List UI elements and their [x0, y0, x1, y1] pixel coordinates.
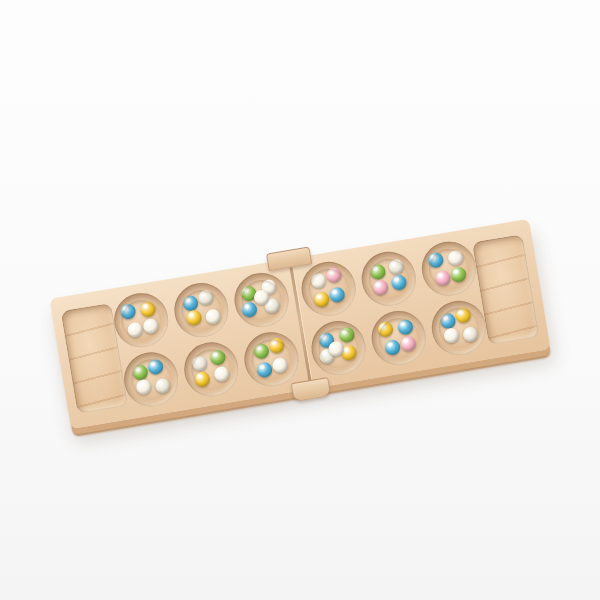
pit-b4[interactable]	[307, 317, 369, 379]
bead-blue	[182, 294, 199, 311]
bead-yellow	[139, 301, 156, 318]
bead-blue	[317, 332, 334, 349]
pit-b5[interactable]	[368, 307, 430, 369]
bead-clear	[318, 348, 335, 365]
bead-blue	[440, 312, 457, 329]
pit-t5[interactable]	[358, 248, 420, 310]
bead-yellow	[313, 291, 330, 308]
bead-blue	[241, 301, 258, 318]
bead-yellow	[377, 321, 394, 338]
bead-green	[450, 266, 467, 283]
pit-t3[interactable]	[230, 269, 292, 331]
bead-white	[253, 289, 270, 306]
bead-blue	[256, 361, 273, 378]
bead-white	[127, 321, 144, 338]
pit-t2[interactable]	[170, 279, 232, 341]
bead-yellow	[268, 337, 285, 354]
bead-clear	[462, 326, 479, 343]
bead-white	[442, 327, 459, 344]
bead-blue	[427, 251, 444, 268]
bead-yellow	[185, 309, 202, 326]
pit-t4[interactable]	[297, 258, 359, 320]
bead-clear	[154, 377, 171, 394]
pit-b6[interactable]	[428, 297, 490, 359]
bead-blue	[391, 274, 408, 291]
bead-pink	[325, 267, 342, 284]
mancala-board	[49, 219, 550, 429]
bead-white	[261, 279, 278, 296]
bead-white	[135, 378, 152, 395]
bead-white	[447, 249, 464, 266]
bead-green	[338, 326, 355, 343]
bead-blue	[329, 287, 346, 304]
bead-green	[132, 363, 149, 380]
bead-white	[205, 308, 222, 325]
bead-clear	[388, 258, 405, 275]
bead-white	[327, 340, 344, 357]
bead-blue	[396, 319, 413, 336]
bead-clear	[197, 289, 214, 306]
bead-white	[271, 357, 288, 374]
bead-pink	[399, 335, 416, 352]
bead-blue	[147, 358, 164, 375]
bead-yellow	[193, 370, 210, 387]
bead-clear	[263, 297, 280, 314]
bead-yellow	[341, 344, 358, 361]
bead-blue	[384, 339, 401, 356]
pit-t6[interactable]	[418, 238, 480, 300]
bead-pink	[372, 279, 389, 296]
bead-blue	[119, 303, 136, 320]
right-half-pit-grid	[297, 238, 489, 379]
pit-b1[interactable]	[120, 348, 182, 410]
bead-green	[369, 264, 386, 281]
pit-b3[interactable]	[240, 328, 302, 390]
bead-white	[310, 272, 327, 289]
bead-clear	[191, 355, 208, 372]
bead-green	[210, 349, 227, 366]
bead-white	[142, 317, 159, 334]
pit-b2[interactable]	[180, 338, 242, 400]
bead-pink	[434, 270, 451, 287]
bead-yellow	[455, 307, 472, 324]
bead-green	[240, 285, 257, 302]
left-half-pit-grid	[110, 269, 302, 410]
bead-green	[253, 342, 270, 359]
pit-t1[interactable]	[110, 289, 172, 351]
photo-scene	[0, 0, 600, 600]
bead-white	[213, 365, 230, 382]
